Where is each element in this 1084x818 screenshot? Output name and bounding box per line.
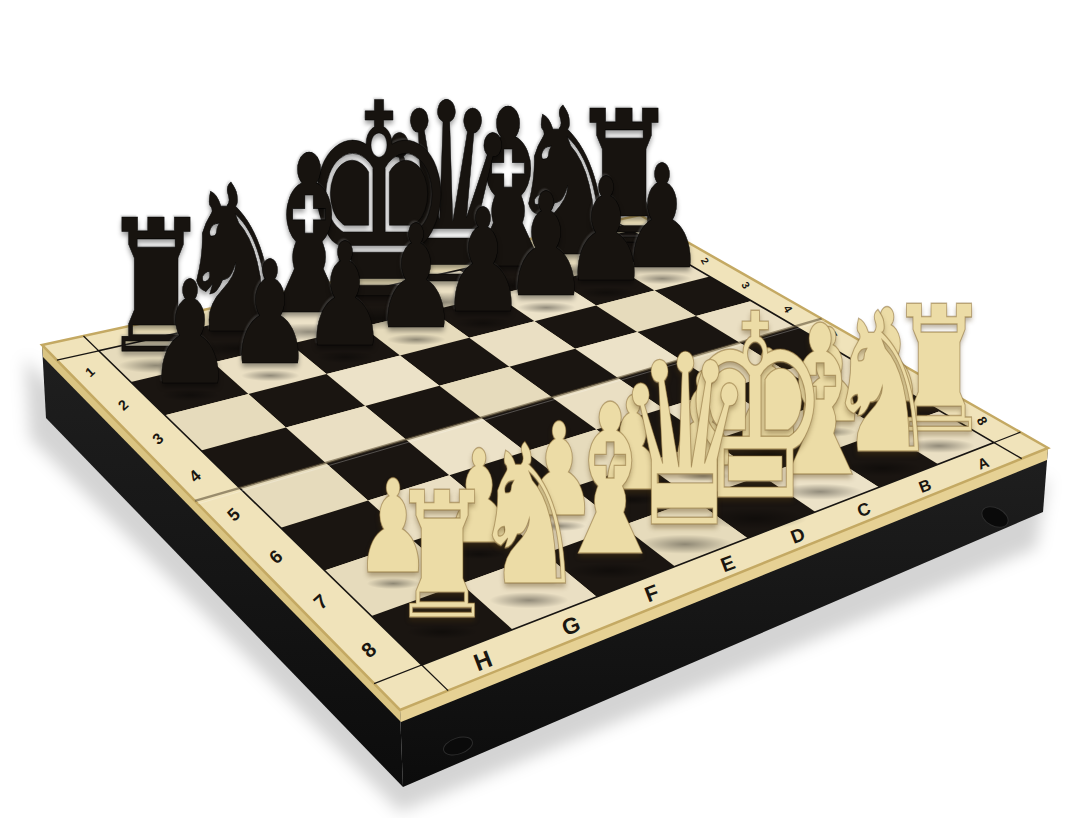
chess-set-photo: HGFEDCBA1234567812345678 ♜♞♟♝♟♛♟♚♟♝♟♞♟♜♟…: [0, 0, 1084, 818]
piece-black-pawn-f2: ♟: [303, 224, 388, 367]
piece-ivory-rook-h8: ♜: [390, 469, 494, 644]
pieces-layer: ♜♞♟♝♟♛♟♚♟♝♟♞♟♜♟♟♟♟♜♟♞♟♝♟♚♟♛♟♝♟♞♜: [0, 0, 1084, 818]
piece-black-pawn-h2: ♟: [147, 262, 232, 405]
piece-black-pawn-g2: ♟: [228, 242, 313, 385]
